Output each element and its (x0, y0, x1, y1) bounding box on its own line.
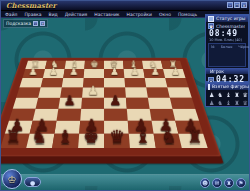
square-c8[interactable]: ♝ (129, 134, 156, 148)
white-captured-slot-icon: ♞ (217, 91, 222, 98)
window-icon (208, 16, 214, 22)
square-c4[interactable] (125, 87, 148, 97)
white-captured-slot-icon: ♛ (243, 91, 248, 98)
white-p-piece: ♟ (82, 84, 104, 98)
square-b5[interactable] (148, 98, 173, 109)
menu-наставник[interactable]: Наставник (94, 12, 119, 17)
square-d3[interactable] (104, 78, 125, 88)
move-list-header-black: Чёрные (238, 45, 250, 49)
white-k-piece: ♚ (84, 59, 104, 69)
square-e4[interactable]: ♟ (82, 87, 104, 97)
square-f5[interactable]: ♟ (58, 98, 82, 109)
player-mode-icon[interactable]: ☻ (200, 178, 210, 188)
board-frame: ♜♞♝♚♛♝♞♜♟♟♟♟♟♟♟♟♟♟♟♟♟♟♟♟♜♞♝♚♛♝♞♜ (0, 58, 221, 157)
square-g2[interactable]: ♟ (43, 69, 65, 78)
menu-окно[interactable]: Окно (159, 12, 171, 17)
hint-toolbar: Подсказка – × (3, 19, 48, 28)
app-window: Chessmaster – □ × ФайлПравкаВидДействияН… (0, 0, 250, 191)
tower-icon[interactable]: ♜ (224, 178, 234, 188)
black-time-control: 10 Мин. Блиц (40) (206, 38, 248, 42)
black-p-piece: ♟ (104, 93, 127, 109)
chip-close-button[interactable]: × (40, 21, 45, 26)
square-g3[interactable] (41, 78, 64, 88)
square-b4[interactable] (146, 87, 170, 97)
square-b2[interactable]: ♟ (143, 69, 165, 78)
flag-icon[interactable]: ⚑ (236, 178, 246, 188)
square-d6[interactable] (104, 109, 128, 121)
black-captured-slot-icon: ♜ (234, 99, 239, 106)
captured-pieces-window: Взятые фигуры ♟♞♝♜♛ ♟♞♝♜♛ (205, 82, 249, 107)
black-n-piece: ♞ (26, 127, 52, 148)
square-f3[interactable] (62, 78, 84, 88)
board-grid: ♜♞♝♚♛♝♞♜♟♟♟♟♟♟♟♟♟♟♟♟♟♟♟♟♜♞♝♚♛♝♞♜ (0, 61, 207, 148)
square-f6[interactable] (56, 109, 81, 121)
white-p-piece: ♟ (165, 66, 185, 78)
white-captured-slot-icon: ♜ (234, 91, 239, 98)
square-d8[interactable]: ♛ (104, 134, 130, 148)
move-list-header-number: № (211, 45, 215, 49)
status-window-titlebar[interactable]: Статус игры (206, 15, 248, 22)
black-b-piece: ♝ (52, 127, 78, 148)
square-h5[interactable] (13, 98, 38, 109)
square-b3[interactable] (145, 78, 168, 88)
mode-buttons: ☻✉♜⚑ (200, 178, 246, 188)
black-k-piece: ♚ (78, 127, 104, 148)
maximize-button[interactable]: □ (234, 2, 240, 8)
square-a8[interactable]: ♜ (178, 134, 207, 148)
square-a3[interactable] (165, 78, 188, 88)
white-p-piece: ♟ (124, 66, 144, 78)
square-f8[interactable]: ♝ (52, 134, 79, 148)
square-d2[interactable]: ♟ (104, 69, 124, 78)
square-a5[interactable] (170, 98, 195, 109)
square-e1[interactable]: ♚ (84, 61, 104, 69)
captured-window-title: Взятые фигуры (212, 84, 249, 89)
square-b8[interactable]: ♞ (154, 134, 182, 148)
chip-collapse-button[interactable]: – (33, 21, 38, 26)
desktop-background: Подсказка – × ♜♞♝♚♛♝♞♜♟♟♟♟♟♟♟♟♟♟♟♟♟♟♟♟♜♞… (1, 18, 249, 190)
square-h3[interactable] (20, 78, 43, 88)
white-p-piece: ♟ (145, 66, 165, 78)
square-c5[interactable] (126, 98, 150, 109)
chessmaster-menu-button[interactable]: ♔ (2, 169, 22, 189)
minimize-button[interactable]: – (227, 2, 233, 8)
menu-действия[interactable]: Действия (65, 12, 88, 17)
black-player-name: Chessmaster (216, 24, 245, 29)
square-a2[interactable]: ♟ (163, 69, 185, 78)
menu-настройки[interactable]: Настройки (127, 12, 152, 17)
square-e8[interactable]: ♚ (78, 134, 104, 148)
move-list[interactable]: № Белые Чёрные (208, 43, 246, 67)
white-captured-slot-icon: ♝ (226, 91, 231, 98)
white-p-piece: ♟ (43, 66, 63, 78)
menu-файл[interactable]: Файл (5, 12, 17, 17)
menu-правка[interactable]: Правка (24, 12, 41, 17)
square-e2[interactable] (84, 69, 104, 78)
square-g5[interactable] (36, 98, 61, 109)
black-player-clock: 08:49 (206, 29, 248, 38)
white-p-piece: ♟ (63, 66, 83, 78)
white-player-name: Игрок (210, 69, 224, 74)
black-captured-slot-icon: ♛ (243, 99, 248, 106)
clock-pill-button[interactable]: ● (24, 177, 41, 187)
square-e5[interactable] (81, 98, 104, 109)
black-q-piece: ♛ (104, 127, 130, 148)
hint-label: Подсказка (6, 21, 31, 26)
title-bar: Chessmaster – □ × (1, 1, 249, 11)
game-status-window: Статус игры ♚ Chessmaster 08:49 10 Мин. … (205, 14, 249, 82)
square-d5[interactable]: ♟ (104, 98, 127, 109)
mail-icon[interactable]: ✉ (212, 178, 222, 188)
captured-window-titlebar[interactable]: Взятые фигуры (206, 83, 248, 90)
square-h2[interactable]: ♟ (23, 69, 45, 78)
square-f2[interactable]: ♟ (63, 69, 84, 78)
square-c2[interactable]: ♟ (124, 69, 145, 78)
black-captured-slot-icon: ♞ (217, 99, 222, 106)
black-b-piece: ♝ (130, 127, 156, 148)
square-a4[interactable] (167, 87, 191, 97)
black-captured-slot-icon: ♝ (226, 99, 231, 106)
white-p-piece: ♟ (104, 66, 124, 78)
square-h8[interactable]: ♜ (0, 134, 29, 148)
menu-вид[interactable]: Вид (49, 12, 58, 17)
move-list-header-white: Белые (221, 45, 233, 49)
captured-white-row: ♟♞♝♜♛ (206, 90, 248, 98)
black-r-piece: ♜ (0, 127, 26, 148)
black-captured-slot-icon: ♟ (209, 99, 214, 106)
chess-board-3d: ♜♞♝♚♛♝♞♜♟♟♟♟♟♟♟♟♟♟♟♟♟♟♟♟♜♞♝♚♛♝♞♜ (1, 32, 207, 190)
white-p-piece: ♟ (23, 66, 43, 78)
app-title: Chessmaster (6, 1, 56, 10)
status-window-title: Статус игры (216, 16, 245, 21)
captured-black-row: ♟♞♝♜♛ (206, 98, 248, 106)
square-c3[interactable] (124, 78, 146, 88)
white-captured-slot-icon: ♟ (209, 91, 214, 98)
black-n-piece: ♞ (156, 127, 182, 148)
black-p-piece: ♟ (58, 93, 81, 109)
black-r-piece: ♜ (182, 127, 208, 148)
close-button[interactable]: × (241, 2, 247, 8)
window-icon (208, 84, 210, 90)
square-g8[interactable]: ♞ (26, 134, 54, 148)
square-h4[interactable] (16, 87, 40, 97)
menu-помощь[interactable]: Помощь (178, 12, 197, 17)
